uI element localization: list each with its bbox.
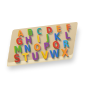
piece-grid: A B C D E F G H I J K L M N O P Q R S T …	[11, 23, 73, 61]
letter-piece-glyph: S	[13, 54, 21, 64]
letter-piece-glyph: X	[61, 48, 69, 58]
wooden-board: A B C D E F G H I J K L M N O P Q R S T …	[7, 22, 78, 63]
letter-piece-glyph: T	[22, 52, 29, 62]
puzzle-scene: A B C D E F G H I J K L M N O P Q R S T …	[5, 16, 85, 75]
letter-piece-glyph: U	[31, 51, 39, 61]
letter-piece-glyph: V	[41, 50, 49, 60]
puzzle-piece[interactable]: X	[59, 48, 70, 57]
